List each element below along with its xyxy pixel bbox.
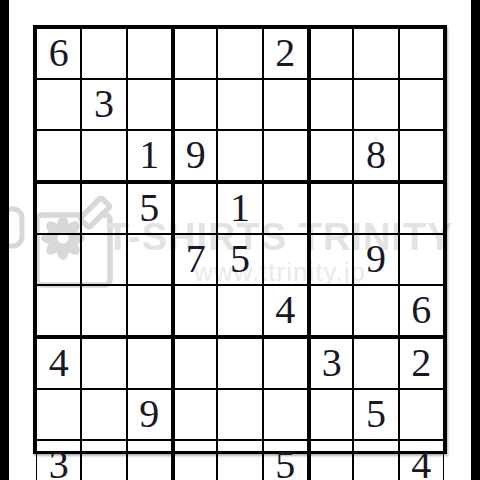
cell-r9c7[interactable] [308,440,353,480]
cell-r3c1[interactable] [36,130,81,181]
cell-r5c5: 5 [217,234,262,285]
cell-r3c6[interactable] [263,130,308,181]
cell-r9c3[interactable] [127,440,172,480]
cell-r1c4[interactable] [172,28,217,79]
cell-r4c2[interactable] [81,181,126,234]
cell-r5c2[interactable] [81,234,126,285]
cell-r7c7: 3 [308,336,353,389]
cell-r9c9: 4 [399,440,444,480]
cell-r4c8[interactable] [353,181,398,234]
cell-r7c8[interactable] [353,336,398,389]
cell-r2c8[interactable] [353,79,398,130]
cell-r5c8: 9 [353,234,398,285]
cell-r5c9[interactable] [399,234,444,285]
cell-r5c6[interactable] [263,234,308,285]
cell-r9c6: 5 [263,440,308,480]
cell-r6c1[interactable] [36,285,81,336]
cell-r9c4[interactable] [172,440,217,480]
cell-r8c2[interactable] [81,389,126,440]
cell-r6c6: 4 [263,285,308,336]
cell-r2c2: 3 [81,79,126,130]
cell-r9c5[interactable] [217,440,262,480]
cell-r5c7[interactable] [308,234,353,285]
cell-r8c1[interactable] [36,389,81,440]
cell-r1c5[interactable] [217,28,262,79]
cell-r1c1: 6 [36,28,81,79]
cell-r3c7[interactable] [308,130,353,181]
cell-r6c7[interactable] [308,285,353,336]
cell-r6c4[interactable] [172,285,217,336]
cell-r3c3: 1 [127,130,172,181]
right-black-bar [471,0,480,480]
left-black-bar [0,0,9,480]
cell-r2c3[interactable] [127,79,172,130]
cell-r7c4[interactable] [172,336,217,389]
cell-r2c4[interactable] [172,79,217,130]
cell-r1c6: 2 [263,28,308,79]
cell-r3c8: 8 [353,130,398,181]
cell-r6c8[interactable] [353,285,398,336]
cell-r4c5: 1 [217,181,262,234]
sudoku-board: 623198517594643295354 [33,25,447,454]
cell-r1c8[interactable] [353,28,398,79]
cell-r1c3[interactable] [127,28,172,79]
cell-r5c1[interactable] [36,234,81,285]
cell-r7c3[interactable] [127,336,172,389]
cell-r3c4: 9 [172,130,217,181]
cell-r4c9[interactable] [399,181,444,234]
cell-r9c8[interactable] [353,440,398,480]
cell-r4c1[interactable] [36,181,81,234]
cell-r7c6[interactable] [263,336,308,389]
cell-r4c4[interactable] [172,181,217,234]
cell-r8c5[interactable] [217,389,262,440]
cell-r6c9: 6 [399,285,444,336]
cell-r1c2[interactable] [81,28,126,79]
cell-r2c6[interactable] [263,79,308,130]
cell-r1c9[interactable] [399,28,444,79]
cell-r6c3[interactable] [127,285,172,336]
cell-r2c7[interactable] [308,79,353,130]
cell-r3c9[interactable] [399,130,444,181]
cell-r5c4: 7 [172,234,217,285]
cell-r6c5[interactable] [217,285,262,336]
cell-r3c5[interactable] [217,130,262,181]
cell-r4c7[interactable] [308,181,353,234]
cell-r2c1[interactable] [36,79,81,130]
cell-r2c5[interactable] [217,79,262,130]
cell-r8c8: 5 [353,389,398,440]
cell-r7c5[interactable] [217,336,262,389]
cell-r9c2[interactable] [81,440,126,480]
cell-r4c6[interactable] [263,181,308,234]
cell-r2c9[interactable] [399,79,444,130]
cell-r3c2[interactable] [81,130,126,181]
cell-r4c3: 5 [127,181,172,234]
cell-r7c1: 4 [36,336,81,389]
cell-r8c4[interactable] [172,389,217,440]
cell-r8c9[interactable] [399,389,444,440]
cell-r6c2[interactable] [81,285,126,336]
cell-r8c6[interactable] [263,389,308,440]
cell-r1c7[interactable] [308,28,353,79]
cell-r8c7[interactable] [308,389,353,440]
cell-r9c1: 3 [36,440,81,480]
cell-r7c2[interactable] [81,336,126,389]
cell-r8c3: 9 [127,389,172,440]
cell-r5c3[interactable] [127,234,172,285]
cell-r7c9: 2 [399,336,444,389]
